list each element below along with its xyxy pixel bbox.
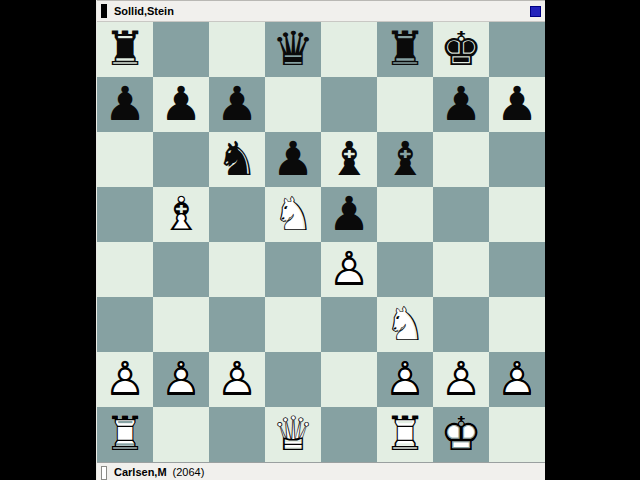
square-e5[interactable]: ♟ bbox=[321, 187, 377, 242]
black-rook: ♜ bbox=[377, 22, 433, 77]
square-b7[interactable]: ♟ bbox=[153, 77, 209, 132]
board-window: Sollid,Stein ♜♛♜♚♟♟♟♟♟♞♟♝♝♝♗♞♘♟♟♙♞♘♟♙♟♙♟… bbox=[96, 0, 545, 480]
square-c5[interactable] bbox=[209, 187, 265, 242]
square-f5[interactable] bbox=[377, 187, 433, 242]
square-a2[interactable]: ♟♙ bbox=[97, 352, 153, 407]
square-g7[interactable]: ♟ bbox=[433, 77, 489, 132]
black-queen: ♛ bbox=[265, 22, 321, 77]
square-a6[interactable] bbox=[97, 132, 153, 187]
square-c8[interactable] bbox=[209, 22, 265, 77]
white-pawn: ♟♙ bbox=[377, 352, 433, 407]
square-c6[interactable]: ♞ bbox=[209, 132, 265, 187]
square-b3[interactable] bbox=[153, 297, 209, 352]
square-d6[interactable]: ♟ bbox=[265, 132, 321, 187]
square-d4[interactable] bbox=[265, 242, 321, 297]
square-h6[interactable] bbox=[489, 132, 545, 187]
white-king: ♚♔ bbox=[433, 407, 489, 462]
square-c4[interactable] bbox=[209, 242, 265, 297]
square-h2[interactable]: ♟♙ bbox=[489, 352, 545, 407]
square-e1[interactable] bbox=[321, 407, 377, 462]
square-a3[interactable] bbox=[97, 297, 153, 352]
square-d8[interactable]: ♛ bbox=[265, 22, 321, 77]
square-c7[interactable]: ♟ bbox=[209, 77, 265, 132]
right-letterbox bbox=[544, 0, 640, 480]
square-a5[interactable] bbox=[97, 187, 153, 242]
black-knight: ♞ bbox=[209, 132, 265, 187]
white-rook: ♜♖ bbox=[97, 407, 153, 462]
white-pawn: ♟♙ bbox=[153, 352, 209, 407]
square-e8[interactable] bbox=[321, 22, 377, 77]
square-d5[interactable]: ♞♘ bbox=[265, 187, 321, 242]
square-c2[interactable]: ♟♙ bbox=[209, 352, 265, 407]
chess-board[interactable]: ♜♛♜♚♟♟♟♟♟♞♟♝♝♝♗♞♘♟♟♙♞♘♟♙♟♙♟♙♟♙♟♙♟♙♜♖♛♕♜♖… bbox=[97, 22, 545, 462]
black-pawn: ♟ bbox=[321, 187, 377, 242]
black-pawn: ♟ bbox=[265, 132, 321, 187]
white-player-rating: (2064) bbox=[173, 466, 205, 478]
square-d2[interactable] bbox=[265, 352, 321, 407]
square-a1[interactable]: ♜♖ bbox=[97, 407, 153, 462]
square-g3[interactable] bbox=[433, 297, 489, 352]
black-pawn: ♟ bbox=[433, 77, 489, 132]
square-g1[interactable]: ♚♔ bbox=[433, 407, 489, 462]
black-bishop: ♝ bbox=[377, 132, 433, 187]
left-letterbox bbox=[0, 0, 96, 480]
square-g6[interactable] bbox=[433, 132, 489, 187]
white-pawn: ♟♙ bbox=[433, 352, 489, 407]
black-pawn: ♟ bbox=[153, 77, 209, 132]
square-b8[interactable] bbox=[153, 22, 209, 77]
square-h4[interactable] bbox=[489, 242, 545, 297]
square-f8[interactable]: ♜ bbox=[377, 22, 433, 77]
square-f2[interactable]: ♟♙ bbox=[377, 352, 433, 407]
square-g4[interactable] bbox=[433, 242, 489, 297]
square-g5[interactable] bbox=[433, 187, 489, 242]
black-pawn: ♟ bbox=[97, 77, 153, 132]
square-e7[interactable] bbox=[321, 77, 377, 132]
white-player-bar: Carlsen,M (2064) bbox=[97, 462, 545, 480]
square-h3[interactable] bbox=[489, 297, 545, 352]
black-pawn: ♟ bbox=[489, 77, 545, 132]
square-h7[interactable]: ♟ bbox=[489, 77, 545, 132]
white-queen: ♛♕ bbox=[265, 407, 321, 462]
white-pawn: ♟♙ bbox=[97, 352, 153, 407]
white-pawn: ♟♙ bbox=[489, 352, 545, 407]
square-h8[interactable] bbox=[489, 22, 545, 77]
square-f4[interactable] bbox=[377, 242, 433, 297]
black-rook: ♜ bbox=[97, 22, 153, 77]
square-e3[interactable] bbox=[321, 297, 377, 352]
white-player-name: Carlsen,M bbox=[114, 466, 167, 478]
square-f3[interactable]: ♞♘ bbox=[377, 297, 433, 352]
square-b2[interactable]: ♟♙ bbox=[153, 352, 209, 407]
square-e2[interactable] bbox=[321, 352, 377, 407]
white-rook: ♜♖ bbox=[377, 407, 433, 462]
black-player-bar: Sollid,Stein bbox=[97, 0, 545, 22]
square-h5[interactable] bbox=[489, 187, 545, 242]
square-e4[interactable]: ♟♙ bbox=[321, 242, 377, 297]
square-g8[interactable]: ♚ bbox=[433, 22, 489, 77]
square-a8[interactable]: ♜ bbox=[97, 22, 153, 77]
square-c1[interactable] bbox=[209, 407, 265, 462]
square-f6[interactable]: ♝ bbox=[377, 132, 433, 187]
black-bishop: ♝ bbox=[321, 132, 377, 187]
square-b6[interactable] bbox=[153, 132, 209, 187]
white-pawn: ♟♙ bbox=[209, 352, 265, 407]
white-side-indicator-icon bbox=[101, 466, 107, 480]
white-knight: ♞♘ bbox=[377, 297, 433, 352]
square-f7[interactable] bbox=[377, 77, 433, 132]
square-d3[interactable] bbox=[265, 297, 321, 352]
square-b1[interactable] bbox=[153, 407, 209, 462]
square-h1[interactable] bbox=[489, 407, 545, 462]
square-a7[interactable]: ♟ bbox=[97, 77, 153, 132]
black-side-indicator-icon bbox=[101, 4, 107, 18]
square-b5[interactable]: ♝♗ bbox=[153, 187, 209, 242]
square-b4[interactable] bbox=[153, 242, 209, 297]
square-a4[interactable] bbox=[97, 242, 153, 297]
black-pawn: ♟ bbox=[209, 77, 265, 132]
square-f1[interactable]: ♜♖ bbox=[377, 407, 433, 462]
black-player-name: Sollid,Stein bbox=[114, 5, 174, 17]
square-g2[interactable]: ♟♙ bbox=[433, 352, 489, 407]
white-knight: ♞♘ bbox=[265, 187, 321, 242]
blue-square-icon bbox=[530, 6, 541, 17]
black-king: ♚ bbox=[433, 22, 489, 77]
white-pawn: ♟♙ bbox=[321, 242, 377, 297]
square-d1[interactable]: ♛♕ bbox=[265, 407, 321, 462]
square-c3[interactable] bbox=[209, 297, 265, 352]
square-e6[interactable]: ♝ bbox=[321, 132, 377, 187]
square-d7[interactable] bbox=[265, 77, 321, 132]
white-bishop: ♝♗ bbox=[153, 187, 209, 242]
